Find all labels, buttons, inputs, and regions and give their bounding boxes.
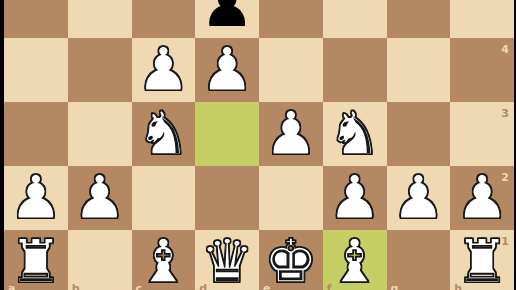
file-label-a: a [8,283,15,290]
white-knight-f3[interactable]: ♞ [328,103,382,165]
square-b3[interactable] [68,102,132,166]
file-label-g: g [391,283,399,290]
square-c2[interactable] [132,166,196,230]
white-pawn-e3[interactable]: ♟ [264,103,318,165]
square-e2[interactable] [259,166,323,230]
white-pawn-b2[interactable]: ♟ [73,167,127,229]
square-e4[interactable] [259,38,323,102]
square-e3[interactable]: ♟ [259,102,323,166]
square-g2[interactable]: ♟ [387,166,451,230]
square-h3[interactable]: 3 [450,102,514,166]
square-a2[interactable]: ♟ [4,166,68,230]
square-a4[interactable] [4,38,68,102]
board-frame: ♟♟♟4♞♟♞3♟♟♟♟♟2♜ab♝c♛d♚e♝fg♜1h [0,0,516,290]
square-a3[interactable] [4,102,68,166]
square-b1[interactable]: b [68,230,132,290]
chess-board: ♟♟♟4♞♟♞3♟♟♟♟♟2♜ab♝c♛d♚e♝fg♜1h [4,0,514,290]
square-h5[interactable] [450,0,514,38]
square-f1[interactable]: ♝f [323,230,387,290]
file-label-e: e [263,283,270,290]
square-e1[interactable]: ♚e [259,230,323,290]
file-label-b: b [72,283,80,290]
square-a5[interactable] [4,0,68,38]
rank-label-4: 4 [501,44,509,55]
square-f3[interactable]: ♞ [323,102,387,166]
white-king-e1[interactable]: ♚ [264,231,318,290]
square-b2[interactable]: ♟ [68,166,132,230]
square-g4[interactable] [387,38,451,102]
square-h2[interactable]: ♟2 [450,166,514,230]
white-queen-d1[interactable]: ♛ [200,231,254,290]
white-pawn-c4[interactable]: ♟ [136,39,190,101]
square-b5[interactable] [68,0,132,38]
rank-label-3: 3 [501,108,509,119]
square-g3[interactable] [387,102,451,166]
rank-label-1: 1 [501,236,509,247]
square-a1[interactable]: ♜a [4,230,68,290]
white-pawn-a2[interactable]: ♟ [9,167,63,229]
square-d4[interactable]: ♟ [195,38,259,102]
square-e5[interactable] [259,0,323,38]
white-knight-c3[interactable]: ♞ [136,103,190,165]
square-d2[interactable] [195,166,259,230]
square-f4[interactable] [323,38,387,102]
white-pawn-d4[interactable]: ♟ [200,39,254,101]
square-c5[interactable] [132,0,196,38]
white-pawn-f2[interactable]: ♟ [328,167,382,229]
file-label-h: h [454,283,462,290]
white-pawn-g2[interactable]: ♟ [391,167,445,229]
white-bishop-f1[interactable]: ♝ [328,231,382,290]
white-bishop-c1[interactable]: ♝ [136,231,190,290]
square-h4[interactable]: 4 [450,38,514,102]
square-h1[interactable]: ♜1h [450,230,514,290]
square-c4[interactable]: ♟ [132,38,196,102]
square-d3[interactable] [195,102,259,166]
file-label-d: d [199,283,207,290]
square-d5[interactable]: ♟ [195,0,259,38]
square-c1[interactable]: ♝c [132,230,196,290]
file-label-f: f [327,283,332,290]
square-g1[interactable]: g [387,230,451,290]
square-f5[interactable] [323,0,387,38]
square-b4[interactable] [68,38,132,102]
black-pawn-d5[interactable]: ♟ [200,0,254,37]
rank-label-2: 2 [501,172,509,183]
square-c3[interactable]: ♞ [132,102,196,166]
square-d1[interactable]: ♛d [195,230,259,290]
square-g5[interactable] [387,0,451,38]
square-f2[interactable]: ♟ [323,166,387,230]
white-rook-a1[interactable]: ♜ [9,231,63,290]
file-label-c: c [136,283,143,290]
